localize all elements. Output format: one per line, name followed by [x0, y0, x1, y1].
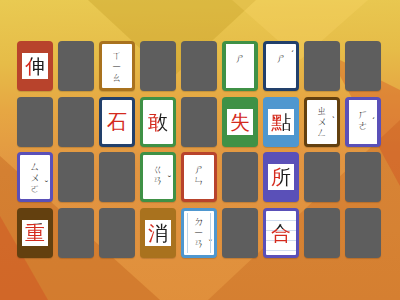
card-face-down-r1c2[interactable]	[58, 41, 94, 91]
zhuyin-symbol: ㄨ	[30, 172, 40, 183]
zhuyin-stack: ㄕㄣ	[184, 155, 214, 199]
card-face-down-r3c2[interactable]	[58, 152, 94, 202]
card-face-down-r4c8[interactable]	[304, 208, 340, 258]
card-face: 重	[22, 220, 48, 246]
card-face-down-r1c9[interactable]	[345, 41, 381, 91]
card-face-down-r2c1[interactable]	[17, 97, 53, 147]
card-face: ㄉㄧㄢˇ	[184, 211, 214, 255]
card-zhuyin-r3c1[interactable]: ㄙㄨㄛˇ	[17, 152, 53, 202]
zhuyin-symbol: ㄙ	[30, 161, 40, 172]
zhuyin-symbol: ㄕ	[194, 164, 204, 175]
card-zhuyin-r1c7[interactable]: ㄕˊ	[263, 41, 299, 91]
zhuyin-stack: ㄉㄧㄢ	[184, 211, 214, 255]
card-face: 點	[268, 109, 294, 135]
card-face-down-r4c2[interactable]	[58, 208, 94, 258]
card-face-down-r2c2[interactable]	[58, 97, 94, 147]
card-face: 所	[268, 164, 294, 190]
zhuyin-symbol: ㄉ	[194, 216, 204, 227]
hanzi-character: 合	[266, 211, 296, 255]
card-face: ㄕ	[226, 44, 254, 88]
card-hanzi-r4c1[interactable]: 重	[17, 208, 53, 258]
card-face-down-r2c5[interactable]	[181, 97, 217, 147]
zhuyin-symbol: ㄛ	[30, 183, 40, 194]
card-face-down-r3c8[interactable]	[304, 152, 340, 202]
zhuyin-symbol: ㄍ	[153, 164, 163, 175]
tone-mark: ˇ	[209, 240, 212, 250]
zhuyin-stack: ㄙㄨㄛ	[20, 155, 50, 199]
card-hanzi-r3c7[interactable]: 所	[263, 152, 299, 202]
tone-mark: ˊ	[291, 51, 294, 61]
card-face: 失	[227, 109, 253, 135]
tone-mark: ˊ	[372, 118, 375, 128]
zhuyin-symbol: ㄨ	[317, 116, 327, 127]
zhuyin-symbol: ㄢ	[194, 238, 204, 249]
hanzi-character: 消	[145, 220, 171, 246]
card-face-down-r3c9[interactable]	[345, 152, 381, 202]
card-face-down-r1c5[interactable]	[181, 41, 217, 91]
card-grid: 伸ㄒㄧㄠㄕㄕˊ石敢失點ㄓㄨㄥˋㄏㄜˊㄙㄨㄛˇㄍㄢˇㄕㄣ所重消ㄉㄧㄢˇ合	[17, 41, 381, 258]
card-face-down-r3c6[interactable]	[222, 152, 258, 202]
zhuyin-stack: ㄕ	[226, 44, 254, 88]
card-face: 敢	[143, 100, 173, 144]
hanzi-character: 失	[227, 109, 253, 135]
card-hanzi-r1c1[interactable]: 伸	[17, 41, 53, 91]
card-zhuyin-r3c5[interactable]: ㄕㄣ	[181, 152, 217, 202]
card-face: ㄕㄣ	[184, 155, 214, 199]
card-hanzi-r4c7[interactable]: 合	[263, 208, 299, 258]
card-zhuyin-r3c4[interactable]: ㄍㄢˇ	[140, 152, 176, 202]
zhuyin-symbol: ㄜ	[358, 120, 368, 131]
zhuyin-symbol: ㄒ	[112, 50, 122, 61]
card-face: 伸	[22, 53, 48, 79]
card-face: 石	[102, 100, 132, 144]
tone-mark: ˇ	[45, 181, 48, 191]
game-stage: 伸ㄒㄧㄠㄕㄕˊ石敢失點ㄓㄨㄥˋㄏㄜˊㄙㄨㄛˇㄍㄢˇㄕㄣ所重消ㄉㄧㄢˇ合	[0, 0, 400, 300]
card-zhuyin-r1c3[interactable]: ㄒㄧㄠ	[99, 41, 135, 91]
card-face-down-r1c4[interactable]	[140, 41, 176, 91]
zhuyin-symbol: ㄓ	[317, 105, 327, 116]
card-face: 合	[266, 211, 296, 255]
card-hanzi-r2c6[interactable]: 失	[222, 97, 258, 147]
card-hanzi-r2c4[interactable]: 敢	[140, 97, 176, 147]
card-face-down-r3c3[interactable]	[99, 152, 135, 202]
card-face-down-r1c8[interactable]	[304, 41, 340, 91]
card-zhuyin-r1c6[interactable]: ㄕ	[222, 41, 258, 91]
card-face: ㄕˊ	[266, 44, 296, 88]
zhuyin-stack: ㄒㄧㄠ	[102, 44, 132, 88]
zhuyin-symbol: ㄧ	[194, 227, 204, 238]
zhuyin-symbol: ㄏ	[358, 109, 368, 120]
card-face-down-r4c9[interactable]	[345, 208, 381, 258]
zhuyin-symbol: ㄥ	[317, 127, 327, 138]
card-hanzi-r2c7[interactable]: 點	[263, 97, 299, 147]
card-face: ㄙㄨㄛˇ	[20, 155, 50, 199]
card-hanzi-r2c3[interactable]: 石	[99, 97, 135, 147]
zhuyin-symbol: ㄢ	[153, 175, 163, 186]
card-zhuyin-r4c5[interactable]: ㄉㄧㄢˇ	[181, 208, 217, 258]
hanzi-character: 點	[268, 109, 294, 135]
card-face: ㄍㄢˇ	[143, 155, 173, 199]
hanzi-character: 所	[268, 164, 294, 190]
tone-mark: ˋ	[332, 117, 335, 127]
card-face: ㄒㄧㄠ	[102, 44, 132, 88]
hanzi-character: 敢	[143, 100, 173, 144]
zhuyin-symbol: ㄠ	[112, 72, 122, 83]
card-face-down-r4c6[interactable]	[222, 208, 258, 258]
hanzi-character: 伸	[22, 53, 48, 79]
hanzi-character: 石	[102, 100, 132, 144]
zhuyin-symbol: ㄕ	[276, 53, 286, 64]
hanzi-character: 重	[22, 220, 48, 246]
zhuyin-symbol: ㄧ	[112, 61, 122, 72]
tone-mark: ˇ	[168, 176, 171, 186]
card-face: 消	[145, 220, 171, 246]
card-face: ㄏㄜˊ	[349, 100, 377, 144]
card-zhuyin-r2c8[interactable]: ㄓㄨㄥˋ	[304, 97, 340, 147]
zhuyin-symbol: ㄕ	[235, 53, 245, 64]
card-zhuyin-r2c9[interactable]: ㄏㄜˊ	[345, 97, 381, 147]
card-hanzi-r4c4[interactable]: 消	[140, 208, 176, 258]
card-face-down-r4c3[interactable]	[99, 208, 135, 258]
card-face: ㄓㄨㄥˋ	[307, 100, 337, 144]
zhuyin-symbol: ㄣ	[194, 175, 204, 186]
